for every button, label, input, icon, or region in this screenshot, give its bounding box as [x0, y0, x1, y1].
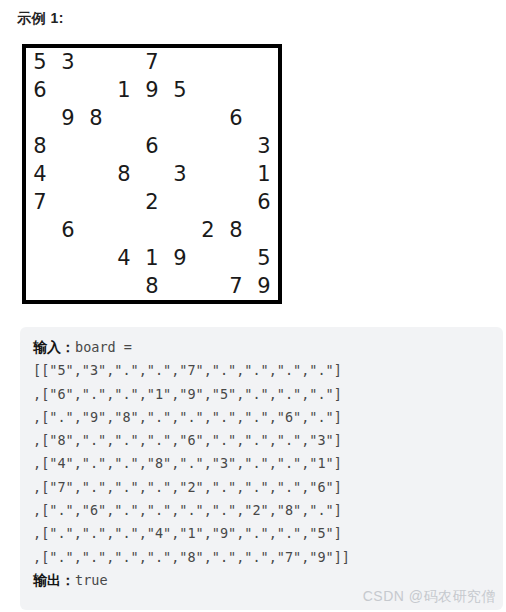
- sudoku-cell-r7c7: 2: [194, 216, 224, 246]
- sudoku-cell-r9c4: [110, 272, 140, 300]
- board-array-line-7: ,[".","6",".",".",".",".","2","8","."]: [33, 499, 491, 522]
- sudoku-cell-r9c9: 9: [250, 272, 278, 300]
- sudoku-cell-r1c2: 3: [54, 48, 84, 78]
- sudoku-cell-r8c5: 1: [138, 244, 168, 274]
- board-array-line-9: ,[".",".",".",".","8",".",".","7","9"]]: [33, 546, 491, 569]
- sudoku-cell-r2c9: [250, 76, 278, 106]
- sudoku-cell-r4c1: 8: [26, 132, 56, 162]
- sudoku-cell-r7c2: 6: [54, 216, 84, 246]
- board-array-lines: [["5","3",".",".","7",".",".",".","."],[…: [33, 359, 491, 569]
- csdn-watermark: CSDN @码农研究僧: [363, 588, 496, 606]
- sudoku-cell-r9c8: 7: [222, 272, 252, 300]
- sudoku-board: 537619598686348317266284195879: [22, 44, 282, 304]
- sudoku-cell-r2c8: [222, 76, 252, 106]
- sudoku-cell-r2c4: 1: [110, 76, 140, 106]
- sudoku-cell-r7c5: [138, 216, 168, 246]
- sudoku-cell-r4c4: [110, 132, 140, 162]
- sudoku-cell-r2c5: 9: [138, 76, 168, 106]
- sudoku-cell-r1c9: [250, 48, 278, 78]
- sudoku-cell-r5c5: [138, 160, 168, 190]
- sudoku-cell-r8c7: [194, 244, 224, 274]
- input-line: 输入：board =: [33, 336, 491, 359]
- sudoku-cell-r2c2: [54, 76, 84, 106]
- input-label: 输入：: [33, 339, 75, 355]
- output-value: true: [75, 572, 108, 588]
- sudoku-cell-r9c1: [26, 272, 56, 300]
- sudoku-cell-r5c4: 8: [110, 160, 140, 190]
- sudoku-cell-r8c4: 4: [110, 244, 140, 274]
- sudoku-cell-r9c7: [194, 272, 224, 300]
- example-title: 示例 1:: [17, 10, 64, 28]
- sudoku-cell-r5c8: [222, 160, 252, 190]
- sudoku-cell-r5c1: 4: [26, 160, 56, 190]
- board-array-line-6: ,["7",".",".",".","2",".",".",".","6"]: [33, 476, 491, 499]
- sudoku-cell-r8c8: [222, 244, 252, 274]
- sudoku-cell-r2c1: 6: [26, 76, 56, 106]
- sudoku-cell-r4c2: [54, 132, 84, 162]
- sudoku-cell-r5c2: [54, 160, 84, 190]
- sudoku-cell-r7c4: [110, 216, 140, 246]
- board-array-line-1: [["5","3",".",".","7",".",".",".","."]: [33, 359, 491, 382]
- sudoku-cell-r8c9: 5: [250, 244, 278, 274]
- output-label: 输出：: [33, 572, 75, 588]
- code-block: 输入：board = [["5","3",".",".","7",".","."…: [20, 327, 503, 610]
- board-array-line-3: ,[".","9","8",".",".",".",".","6","."]: [33, 406, 491, 429]
- input-value: board =: [75, 339, 132, 355]
- sudoku-cell-r5c7: [194, 160, 224, 190]
- sudoku-cell-r7c1: [26, 216, 56, 246]
- sudoku-cell-r4c8: [222, 132, 252, 162]
- sudoku-cell-r4c7: [194, 132, 224, 162]
- sudoku-cell-r5c9: 1: [250, 160, 278, 190]
- board-array-line-2: ,["6",".",".","1","9","5",".",".","."]: [33, 383, 491, 406]
- sudoku-cell-r1c1: 5: [26, 48, 56, 78]
- board-array-line-5: ,["4",".",".","8",".","3",".",".","1"]: [33, 452, 491, 475]
- sudoku-cell-r1c8: [222, 48, 252, 78]
- sudoku-cell-r7c9: [250, 216, 278, 246]
- board-array-line-8: ,[".",".",".","4","1","9",".",".","5"]: [33, 522, 491, 545]
- sudoku-cell-r4c9: 3: [250, 132, 278, 162]
- sudoku-cell-r8c1: [26, 244, 56, 274]
- page: 示例 1: 537619598686348317266284195879 输入：…: [0, 0, 506, 612]
- sudoku-cell-r9c5: 8: [138, 272, 168, 300]
- sudoku-cell-r2c7: [194, 76, 224, 106]
- sudoku-cell-r8c2: [54, 244, 84, 274]
- sudoku-cell-r1c5: 7: [138, 48, 168, 78]
- sudoku-cell-r9c2: [54, 272, 84, 300]
- sudoku-cell-r4c5: 6: [138, 132, 168, 162]
- sudoku-cell-r1c4: [110, 48, 140, 78]
- sudoku-cell-r1c7: [194, 48, 224, 78]
- board-array-line-4: ,["8",".",".",".","6",".",".",".","3"]: [33, 429, 491, 452]
- sudoku-cell-r7c8: 8: [222, 216, 252, 246]
